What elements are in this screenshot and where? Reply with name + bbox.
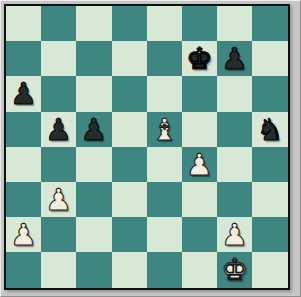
square-h1[interactable] <box>252 252 287 287</box>
square-d3[interactable] <box>112 182 147 217</box>
piece-white-pawn-a2[interactable]: ♟ <box>6 217 41 252</box>
square-h7[interactable] <box>252 41 287 76</box>
square-h5[interactable]: ♞ <box>252 112 287 147</box>
square-g1[interactable]: ♚ <box>217 252 252 287</box>
square-f7[interactable]: ♚ <box>182 41 217 76</box>
square-c3[interactable] <box>76 182 111 217</box>
square-f3[interactable] <box>182 182 217 217</box>
square-f5[interactable] <box>182 112 217 147</box>
square-b2[interactable] <box>41 217 76 252</box>
piece-black-knight-h5[interactable]: ♞ <box>252 112 287 147</box>
square-f1[interactable] <box>182 252 217 287</box>
square-a7[interactable] <box>6 41 41 76</box>
square-b5[interactable]: ♟ <box>41 112 76 147</box>
square-e1[interactable] <box>147 252 182 287</box>
square-a4[interactable] <box>6 147 41 182</box>
square-a8[interactable] <box>6 6 41 41</box>
square-g3[interactable] <box>217 182 252 217</box>
square-d8[interactable] <box>112 6 147 41</box>
piece-white-pawn-f4[interactable]: ♟ <box>182 147 217 182</box>
square-e3[interactable] <box>147 182 182 217</box>
square-a2[interactable]: ♟ <box>6 217 41 252</box>
square-g8[interactable] <box>217 6 252 41</box>
square-b1[interactable] <box>41 252 76 287</box>
square-h6[interactable] <box>252 76 287 111</box>
square-g4[interactable] <box>217 147 252 182</box>
square-d2[interactable] <box>112 217 147 252</box>
square-d1[interactable] <box>112 252 147 287</box>
square-e4[interactable] <box>147 147 182 182</box>
piece-black-pawn-a6[interactable]: ♟ <box>6 76 41 111</box>
piece-black-pawn-b5[interactable]: ♟ <box>41 112 76 147</box>
square-e6[interactable] <box>147 76 182 111</box>
square-f4[interactable]: ♟ <box>182 147 217 182</box>
square-f6[interactable] <box>182 76 217 111</box>
chess-board: ♚♟♟♟♟♝♞♟♟♟♟♚ <box>4 4 290 290</box>
square-c4[interactable] <box>76 147 111 182</box>
square-h2[interactable] <box>252 217 287 252</box>
square-h8[interactable] <box>252 6 287 41</box>
square-f8[interactable] <box>182 6 217 41</box>
square-c5[interactable]: ♟ <box>76 112 111 147</box>
square-c2[interactable] <box>76 217 111 252</box>
square-c1[interactable] <box>76 252 111 287</box>
square-c8[interactable] <box>76 6 111 41</box>
piece-white-pawn-g2[interactable]: ♟ <box>217 217 252 252</box>
square-g2[interactable]: ♟ <box>217 217 252 252</box>
square-a1[interactable] <box>6 252 41 287</box>
board-frame: ♚♟♟♟♟♝♞♟♟♟♟♚ <box>0 0 301 297</box>
piece-white-bishop-e5[interactable]: ♝ <box>147 112 182 147</box>
square-b6[interactable] <box>41 76 76 111</box>
square-a5[interactable] <box>6 112 41 147</box>
square-b3[interactable]: ♟ <box>41 182 76 217</box>
square-a6[interactable]: ♟ <box>6 76 41 111</box>
square-g7[interactable]: ♟ <box>217 41 252 76</box>
square-b4[interactable] <box>41 147 76 182</box>
piece-black-pawn-g7[interactable]: ♟ <box>217 41 252 76</box>
piece-white-king-g1[interactable]: ♚ <box>217 252 252 287</box>
square-d5[interactable] <box>112 112 147 147</box>
square-e5[interactable]: ♝ <box>147 112 182 147</box>
square-c6[interactable] <box>76 76 111 111</box>
square-g5[interactable] <box>217 112 252 147</box>
square-b8[interactable] <box>41 6 76 41</box>
square-h3[interactable] <box>252 182 287 217</box>
piece-black-king-f7[interactable]: ♚ <box>182 41 217 76</box>
square-g6[interactable] <box>217 76 252 111</box>
square-d4[interactable] <box>112 147 147 182</box>
square-e7[interactable] <box>147 41 182 76</box>
square-b7[interactable] <box>41 41 76 76</box>
square-e8[interactable] <box>147 6 182 41</box>
square-e2[interactable] <box>147 217 182 252</box>
piece-white-pawn-b3[interactable]: ♟ <box>41 182 76 217</box>
square-c7[interactable] <box>76 41 111 76</box>
square-d7[interactable] <box>112 41 147 76</box>
piece-black-pawn-c5[interactable]: ♟ <box>76 112 111 147</box>
square-f2[interactable] <box>182 217 217 252</box>
square-d6[interactable] <box>112 76 147 111</box>
square-h4[interactable] <box>252 147 287 182</box>
square-a3[interactable] <box>6 182 41 217</box>
